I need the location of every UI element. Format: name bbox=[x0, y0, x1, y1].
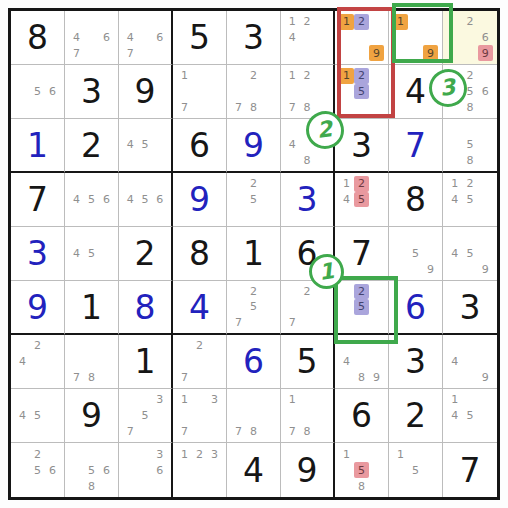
cell-r6c4[interactable]: 4 bbox=[173, 281, 227, 335]
pencil-mark-4: 4 bbox=[15, 354, 30, 370]
pencil-mark-6: 6 bbox=[152, 192, 167, 208]
cell-r5c5[interactable]: 1 bbox=[227, 227, 281, 281]
solved-digit: 9 bbox=[189, 183, 210, 216]
cell-r5c3[interactable]: 2 bbox=[119, 227, 173, 281]
pencil-marks: 568 bbox=[65, 443, 118, 497]
cell-r4c5[interactable]: 25 bbox=[227, 173, 281, 227]
cell-r2c9[interactable]: 2568 bbox=[443, 65, 497, 119]
cell-r8c2[interactable]: 9 bbox=[65, 389, 119, 443]
cell-r4c7[interactable]: 1245 bbox=[335, 173, 389, 227]
pencil-marks: 45 bbox=[11, 389, 64, 442]
pencil-mark-7: 7 bbox=[231, 315, 246, 330]
pencil-marks: 125 bbox=[335, 65, 388, 118]
cell-r1c7[interactable]: 129 bbox=[335, 11, 389, 65]
pencil-mark-5: 5 bbox=[462, 408, 477, 424]
cell-r9c2[interactable]: 568 bbox=[65, 443, 119, 497]
pencil-mark-7: 7 bbox=[285, 315, 300, 330]
pencil-marks: 25 bbox=[335, 281, 388, 333]
cell-r1c9[interactable]: 269 bbox=[443, 11, 497, 65]
pencil-marks: 1245 bbox=[443, 173, 497, 226]
pencil-marks: 456 bbox=[65, 173, 118, 226]
cell-r8c1[interactable]: 45 bbox=[11, 389, 65, 443]
pencil-mark-1: 1 bbox=[447, 176, 462, 192]
pencil-mark-4: 4 bbox=[339, 192, 354, 208]
cell-r3c6[interactable]: 48 bbox=[281, 119, 335, 173]
pencil-mark-6: 6 bbox=[152, 462, 167, 478]
pencil-mark-9: 9 bbox=[423, 261, 438, 277]
pencil-mark-9: 9 bbox=[478, 45, 493, 61]
pencil-mark-8: 8 bbox=[84, 369, 99, 385]
pencil-marks: 15 bbox=[389, 443, 442, 497]
cell-r7c5[interactable]: 6 bbox=[227, 335, 281, 389]
given-digit: 8 bbox=[405, 183, 426, 216]
pencil-mark-5: 5 bbox=[84, 246, 99, 262]
cell-r3c1[interactable]: 1 bbox=[11, 119, 65, 173]
pencil-mark-6: 6 bbox=[99, 462, 114, 478]
pencil-mark-7: 7 bbox=[123, 423, 138, 439]
given-digit: 5 bbox=[297, 345, 318, 378]
pencil-mark-4: 4 bbox=[123, 30, 138, 46]
pencil-mark-6: 6 bbox=[45, 84, 60, 100]
pencil-mark-5: 5 bbox=[462, 192, 477, 208]
pencil-mark-9: 9 bbox=[423, 45, 438, 61]
cell-r9c3[interactable]: 36 bbox=[119, 443, 173, 497]
pencil-mark-7: 7 bbox=[177, 99, 192, 115]
pencil-mark-8: 8 bbox=[462, 153, 477, 168]
solved-digit: 3 bbox=[27, 237, 48, 270]
solved-digit: 9 bbox=[27, 291, 48, 324]
pencil-marks: 257 bbox=[227, 281, 280, 333]
given-digit: 7 bbox=[351, 237, 372, 270]
pencil-marks: 1245 bbox=[335, 173, 388, 226]
pencil-marks: 27 bbox=[281, 281, 333, 333]
cell-r5c8[interactable]: 59 bbox=[389, 227, 443, 281]
pencil-mark-6: 6 bbox=[478, 30, 493, 46]
given-digit: 4 bbox=[243, 454, 264, 487]
cell-r6c8[interactable]: 6 bbox=[389, 281, 443, 335]
given-digit: 3 bbox=[351, 129, 372, 162]
cell-r4c6[interactable]: 3 bbox=[281, 173, 335, 227]
pencil-marks: 278 bbox=[227, 65, 280, 118]
cell-r6c9[interactable]: 3 bbox=[443, 281, 497, 335]
cell-r3c8[interactable]: 7 bbox=[389, 119, 443, 173]
cell-r2c3[interactable]: 9 bbox=[119, 65, 173, 119]
pencil-mark-5: 5 bbox=[30, 408, 45, 424]
given-digit: 3 bbox=[243, 21, 264, 54]
solved-digit: 9 bbox=[243, 129, 264, 162]
given-digit: 1 bbox=[81, 291, 102, 324]
pencil-mark-4: 4 bbox=[447, 246, 462, 262]
pencil-mark-1: 1 bbox=[339, 68, 354, 84]
cell-r3c7[interactable]: 3 bbox=[335, 119, 389, 173]
pencil-mark-1: 1 bbox=[177, 446, 192, 462]
pencil-mark-7: 7 bbox=[177, 369, 192, 385]
pencil-mark-5: 5 bbox=[246, 192, 261, 208]
pencil-marks: 256 bbox=[11, 443, 64, 497]
pencil-mark-6: 6 bbox=[99, 192, 114, 208]
given-digit: 1 bbox=[135, 345, 156, 378]
pencil-mark-5: 5 bbox=[30, 84, 45, 100]
pencil-mark-5: 5 bbox=[138, 408, 153, 424]
solved-digit: 4 bbox=[189, 291, 210, 324]
pencil-mark-2: 2 bbox=[462, 68, 477, 84]
pencil-mark-2: 2 bbox=[354, 284, 369, 299]
cell-r6c7[interactable]: 25 bbox=[335, 281, 389, 335]
cell-r5c9[interactable]: 459 bbox=[443, 227, 497, 281]
pencil-mark-4: 4 bbox=[447, 354, 462, 370]
given-digit: 6 bbox=[297, 237, 318, 270]
pencil-mark-7: 7 bbox=[177, 423, 192, 439]
pencil-marks: 36 bbox=[119, 443, 171, 497]
pencil-mark-8: 8 bbox=[300, 423, 315, 439]
cell-r1c3[interactable]: 467 bbox=[119, 11, 173, 65]
pencil-marks: 178 bbox=[281, 389, 333, 442]
pencil-mark-6: 6 bbox=[99, 30, 114, 46]
cell-r1c2[interactable]: 467 bbox=[65, 11, 119, 65]
given-digit: 5 bbox=[189, 21, 210, 54]
pencil-mark-1: 1 bbox=[177, 392, 192, 408]
cell-r3c5[interactable]: 9 bbox=[227, 119, 281, 173]
given-digit: 3 bbox=[81, 75, 102, 108]
pencil-marks: 45 bbox=[119, 119, 171, 171]
cell-r9c1[interactable]: 256 bbox=[11, 443, 65, 497]
cell-r1c1[interactable]: 8 bbox=[11, 11, 65, 65]
cell-r3c4[interactable]: 6 bbox=[173, 119, 227, 173]
given-digit: 1 bbox=[243, 237, 264, 270]
pencil-mark-1: 1 bbox=[447, 392, 462, 408]
given-digit: 9 bbox=[81, 399, 102, 432]
pencil-mark-1: 1 bbox=[393, 14, 408, 30]
solved-digit: 6 bbox=[243, 345, 264, 378]
pencil-mark-5: 5 bbox=[354, 84, 369, 100]
pencil-mark-7: 7 bbox=[69, 45, 84, 61]
cell-r2c2[interactable]: 3 bbox=[65, 65, 119, 119]
cell-r2c1[interactable]: 56 bbox=[11, 65, 65, 119]
pencil-marks: 269 bbox=[443, 11, 497, 64]
pencil-mark-2: 2 bbox=[246, 176, 261, 192]
cell-r6c5[interactable]: 257 bbox=[227, 281, 281, 335]
pencil-mark-2: 2 bbox=[354, 14, 369, 30]
pencil-mark-7: 7 bbox=[123, 45, 138, 61]
pencil-mark-5: 5 bbox=[462, 137, 477, 152]
pencil-mark-4: 4 bbox=[339, 354, 354, 370]
sudoku-board: 8467467531241291926956391727812781254256… bbox=[8, 8, 500, 500]
pencil-marks: 137 bbox=[173, 389, 226, 442]
pencil-mark-3: 3 bbox=[207, 446, 222, 462]
given-digit: 4 bbox=[405, 75, 426, 108]
cell-r7c2[interactable]: 78 bbox=[65, 335, 119, 389]
sudoku-app-page: 8467467531241291926956391727812781254256… bbox=[0, 0, 508, 508]
pencil-mark-7: 7 bbox=[285, 423, 300, 439]
pencil-marks: 459 bbox=[443, 227, 497, 280]
pencil-marks: 129 bbox=[335, 11, 388, 64]
pencil-marks: 158 bbox=[335, 443, 388, 497]
cell-r1c4[interactable]: 5 bbox=[173, 11, 227, 65]
cell-r7c3[interactable]: 1 bbox=[119, 335, 173, 389]
cell-r2c4[interactable]: 17 bbox=[173, 65, 227, 119]
pencil-marks: 124 bbox=[281, 11, 333, 64]
pencil-mark-5: 5 bbox=[354, 462, 369, 478]
cell-r3c9[interactable]: 58 bbox=[443, 119, 497, 173]
pencil-mark-1: 1 bbox=[177, 68, 192, 84]
pencil-mark-3: 3 bbox=[152, 446, 167, 462]
given-digit: 9 bbox=[135, 75, 156, 108]
pencil-marks: 467 bbox=[119, 11, 171, 64]
pencil-mark-5: 5 bbox=[462, 246, 477, 262]
cell-r7c1[interactable]: 24 bbox=[11, 335, 65, 389]
cell-r4c4[interactable]: 9 bbox=[173, 173, 227, 227]
pencil-mark-5: 5 bbox=[84, 192, 99, 208]
pencil-mark-2: 2 bbox=[300, 284, 315, 299]
pencil-mark-4: 4 bbox=[447, 192, 462, 208]
cell-r9c7[interactable]: 158 bbox=[335, 443, 389, 497]
pencil-mark-5: 5 bbox=[408, 462, 423, 478]
cell-r1c5[interactable]: 3 bbox=[227, 11, 281, 65]
pencil-mark-4: 4 bbox=[285, 30, 300, 46]
pencil-mark-8: 8 bbox=[84, 478, 99, 494]
pencil-marks: 25 bbox=[227, 173, 280, 226]
cell-r7c4[interactable]: 27 bbox=[173, 335, 227, 389]
cell-r8c6[interactable]: 178 bbox=[281, 389, 335, 443]
pencil-mark-9: 9 bbox=[478, 369, 493, 385]
cell-r9c9[interactable]: 7 bbox=[443, 443, 497, 497]
cell-r6c6[interactable]: 27 bbox=[281, 281, 335, 335]
pencil-mark-8: 8 bbox=[246, 99, 261, 115]
cell-r3c3[interactable]: 45 bbox=[119, 119, 173, 173]
pencil-mark-8: 8 bbox=[300, 99, 315, 115]
pencil-marks: 357 bbox=[119, 389, 171, 442]
cell-r3c2[interactable]: 2 bbox=[65, 119, 119, 173]
pencil-mark-1: 1 bbox=[339, 176, 354, 192]
cell-r4c9[interactable]: 1245 bbox=[443, 173, 497, 227]
pencil-marks: 17 bbox=[173, 65, 226, 118]
pencil-mark-2: 2 bbox=[300, 68, 315, 84]
cell-r7c9[interactable]: 49 bbox=[443, 335, 497, 389]
pencil-mark-3: 3 bbox=[207, 392, 222, 408]
pencil-marks: 78 bbox=[65, 335, 118, 388]
cell-r8c8[interactable]: 2 bbox=[389, 389, 443, 443]
given-digit: 2 bbox=[405, 399, 426, 432]
pencil-marks: 48 bbox=[281, 119, 333, 171]
cell-r5c6[interactable]: 6 bbox=[281, 227, 335, 281]
cell-r6c1[interactable]: 9 bbox=[11, 281, 65, 335]
pencil-mark-1: 1 bbox=[285, 14, 300, 30]
pencil-mark-1: 1 bbox=[285, 392, 300, 408]
pencil-mark-4: 4 bbox=[69, 30, 84, 46]
cell-r8c9[interactable]: 145 bbox=[443, 389, 497, 443]
cell-r4c1[interactable]: 7 bbox=[11, 173, 65, 227]
given-digit: 9 bbox=[297, 454, 318, 487]
pencil-mark-6: 6 bbox=[45, 462, 60, 478]
cell-r6c2[interactable]: 1 bbox=[65, 281, 119, 335]
solved-digit: 3 bbox=[297, 183, 318, 216]
pencil-mark-4: 4 bbox=[123, 192, 138, 208]
pencil-mark-9: 9 bbox=[369, 45, 384, 61]
cell-r2c7[interactable]: 125 bbox=[335, 65, 389, 119]
cell-r5c4[interactable]: 8 bbox=[173, 227, 227, 281]
pencil-mark-4: 4 bbox=[285, 137, 300, 152]
pencil-marks: 24 bbox=[11, 335, 64, 388]
given-digit: 6 bbox=[351, 399, 372, 432]
cell-r4c2[interactable]: 456 bbox=[65, 173, 119, 227]
pencil-mark-5: 5 bbox=[354, 299, 369, 314]
cell-r6c3[interactable]: 8 bbox=[119, 281, 173, 335]
cell-r8c3[interactable]: 357 bbox=[119, 389, 173, 443]
given-digit: 8 bbox=[189, 237, 210, 270]
pencil-mark-7: 7 bbox=[285, 99, 300, 115]
pencil-mark-5: 5 bbox=[408, 246, 423, 262]
pencil-mark-4: 4 bbox=[447, 408, 462, 424]
pencil-mark-4: 4 bbox=[69, 192, 84, 208]
given-digit: 7 bbox=[460, 454, 481, 487]
pencil-mark-8: 8 bbox=[462, 99, 477, 115]
pencil-marks: 456 bbox=[119, 173, 171, 226]
pencil-mark-3: 3 bbox=[152, 392, 167, 408]
pencil-marks: 56 bbox=[11, 65, 64, 118]
pencil-mark-8: 8 bbox=[300, 153, 315, 168]
solved-digit: 7 bbox=[405, 129, 426, 162]
pencil-marks: 58 bbox=[443, 119, 497, 171]
cell-r9c6[interactable]: 9 bbox=[281, 443, 335, 497]
pencil-mark-8: 8 bbox=[354, 478, 369, 494]
pencil-mark-2: 2 bbox=[30, 446, 45, 462]
pencil-mark-4: 4 bbox=[123, 137, 138, 152]
pencil-marks: 59 bbox=[389, 227, 442, 280]
cell-r7c7[interactable]: 489 bbox=[335, 335, 389, 389]
cell-r8c5[interactable]: 78 bbox=[227, 389, 281, 443]
pencil-mark-1: 1 bbox=[393, 446, 408, 462]
cell-r5c1[interactable]: 3 bbox=[11, 227, 65, 281]
pencil-marks: 45 bbox=[65, 227, 118, 280]
pencil-mark-7: 7 bbox=[69, 369, 84, 385]
pencil-mark-2: 2 bbox=[354, 176, 369, 192]
cell-r7c8[interactable]: 3 bbox=[389, 335, 443, 389]
pencil-mark-2: 2 bbox=[246, 284, 261, 299]
cell-r4c8[interactable]: 8 bbox=[389, 173, 443, 227]
pencil-marks: 467 bbox=[65, 11, 118, 64]
pencil-mark-8: 8 bbox=[354, 369, 369, 385]
pencil-mark-2: 2 bbox=[30, 338, 45, 354]
pencil-mark-5: 5 bbox=[138, 192, 153, 208]
given-digit: 8 bbox=[27, 21, 48, 54]
pencil-marks: 27 bbox=[173, 335, 226, 388]
pencil-mark-8: 8 bbox=[246, 423, 261, 439]
cell-r8c4[interactable]: 137 bbox=[173, 389, 227, 443]
pencil-mark-7: 7 bbox=[231, 99, 246, 115]
pencil-mark-4: 4 bbox=[69, 246, 84, 262]
pencil-mark-5: 5 bbox=[354, 192, 369, 208]
solved-digit: 8 bbox=[135, 291, 156, 324]
pencil-mark-9: 9 bbox=[369, 369, 384, 385]
given-digit: 3 bbox=[460, 291, 481, 324]
pencil-mark-5: 5 bbox=[246, 299, 261, 314]
pencil-mark-2: 2 bbox=[354, 68, 369, 84]
pencil-mark-5: 5 bbox=[138, 137, 153, 152]
pencil-marks: 123 bbox=[173, 443, 226, 497]
cell-r5c7[interactable]: 7 bbox=[335, 227, 389, 281]
cell-r7c6[interactable]: 5 bbox=[281, 335, 335, 389]
pencil-mark-6: 6 bbox=[478, 84, 493, 100]
pencil-marks: 1278 bbox=[281, 65, 333, 118]
solved-digit: 1 bbox=[27, 129, 48, 162]
pencil-mark-2: 2 bbox=[192, 338, 207, 354]
given-digit: 6 bbox=[189, 129, 210, 162]
pencil-marks: 2568 bbox=[443, 65, 497, 118]
solved-digit: 6 bbox=[405, 291, 426, 324]
pencil-mark-2: 2 bbox=[192, 446, 207, 462]
cell-r9c8[interactable]: 15 bbox=[389, 443, 443, 497]
pencil-mark-2: 2 bbox=[462, 14, 477, 30]
pencil-mark-2: 2 bbox=[462, 176, 477, 192]
cell-r1c6[interactable]: 124 bbox=[281, 11, 335, 65]
cell-r8c7[interactable]: 6 bbox=[335, 389, 389, 443]
cell-r2c8[interactable]: 4 bbox=[389, 65, 443, 119]
pencil-mark-2: 2 bbox=[246, 68, 261, 84]
pencil-marks: 145 bbox=[443, 389, 497, 442]
pencil-mark-4: 4 bbox=[15, 408, 30, 424]
cell-r9c5[interactable]: 4 bbox=[227, 443, 281, 497]
pencil-mark-1: 1 bbox=[339, 14, 354, 30]
pencil-mark-2: 2 bbox=[300, 14, 315, 30]
given-digit: 7 bbox=[27, 183, 48, 216]
pencil-marks: 489 bbox=[335, 335, 388, 388]
cell-r2c6[interactable]: 1278 bbox=[281, 65, 335, 119]
cell-r1c8[interactable]: 19 bbox=[389, 11, 443, 65]
pencil-mark-1: 1 bbox=[285, 68, 300, 84]
pencil-marks: 78 bbox=[227, 389, 280, 442]
cell-r9c4[interactable]: 123 bbox=[173, 443, 227, 497]
cell-r2c5[interactable]: 278 bbox=[227, 65, 281, 119]
cell-r5c2[interactable]: 45 bbox=[65, 227, 119, 281]
given-digit: 3 bbox=[405, 345, 426, 378]
pencil-marks: 49 bbox=[443, 335, 497, 388]
cell-r4c3[interactable]: 456 bbox=[119, 173, 173, 227]
pencil-mark-9: 9 bbox=[478, 261, 493, 277]
pencil-mark-5: 5 bbox=[30, 462, 45, 478]
pencil-mark-6: 6 bbox=[152, 30, 167, 46]
pencil-mark-5: 5 bbox=[462, 84, 477, 100]
pencil-mark-1: 1 bbox=[339, 446, 354, 462]
given-digit: 2 bbox=[135, 237, 156, 270]
given-digit: 2 bbox=[81, 129, 102, 162]
pencil-mark-7: 7 bbox=[231, 423, 246, 439]
pencil-mark-5: 5 bbox=[84, 462, 99, 478]
pencil-marks: 19 bbox=[389, 11, 442, 64]
